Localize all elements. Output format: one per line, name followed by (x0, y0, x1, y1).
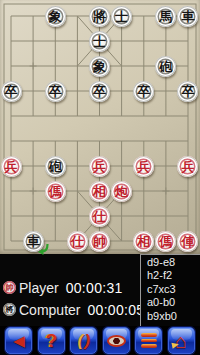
black-soldier-glyph: 卒 (93, 81, 106, 102)
red-horse-glyph: 傌 (159, 231, 172, 252)
player-piece-icon: 帥 (3, 281, 16, 294)
toolbar: ◀?()⌂ (0, 326, 200, 355)
red-elephant[interactable]: 相 (133, 231, 154, 252)
red-elephant-glyph: 相 (93, 181, 106, 202)
move-entry[interactable]: a0-b0 (147, 296, 200, 309)
red-soldier[interactable]: 兵 (133, 156, 154, 177)
player-row-player: 帥Player00:00:31 (3, 277, 139, 298)
black-soldier[interactable]: 卒 (1, 81, 22, 102)
computer-piece-icon: 將 (3, 303, 16, 316)
black-elephant[interactable]: 象 (45, 6, 66, 27)
board-grid: 象將士馬車士象砲卒卒卒卒卒兵砲兵兵兵傌相炮仕車仕帥相傌俥 (0, 4, 199, 254)
black-soldier-glyph: 卒 (49, 81, 62, 102)
red-elephant-glyph: 相 (137, 231, 150, 252)
eye-icon (107, 335, 126, 347)
help-button[interactable]: ? (38, 327, 65, 354)
back-button[interactable]: ◀ (5, 327, 32, 354)
red-soldier-glyph: 兵 (137, 156, 150, 177)
move-entry[interactable]: d9-e8 (147, 256, 200, 269)
black-soldier[interactable]: 卒 (133, 81, 154, 102)
black-advisor-glyph: 士 (93, 31, 106, 52)
red-general-glyph: 帥 (93, 231, 106, 252)
menu-bars-icon (141, 333, 157, 348)
black-cannon[interactable]: 砲 (155, 56, 176, 77)
black-elephant[interactable]: 象 (89, 56, 110, 77)
black-soldier-glyph: 卒 (5, 81, 18, 102)
red-general[interactable]: 帥 (89, 231, 110, 252)
status-panel: 帥Player00:00:31將Computer00:00:05 d9-e8h2… (0, 254, 200, 326)
black-advisor-glyph: 士 (115, 6, 128, 27)
replay-arrows-icon: () (78, 332, 90, 349)
move-list[interactable]: d9-e8h2-f2c7xc3a0-b0b9xb0 (140, 254, 200, 326)
black-horse[interactable]: 馬 (155, 6, 176, 27)
red-soldier-glyph: 兵 (181, 156, 194, 177)
red-horse[interactable]: 傌 (155, 231, 176, 252)
black-elephant-glyph: 象 (49, 6, 62, 27)
black-elephant-glyph: 象 (93, 56, 106, 77)
menu-button[interactable] (135, 327, 162, 354)
player-name: Player (19, 280, 59, 296)
xiangqi-app: 象將士馬車士象砲卒卒卒卒卒兵砲兵兵兵傌相炮仕車仕帥相傌俥 帥Player00:0… (0, 0, 200, 355)
red-soldier[interactable]: 兵 (89, 156, 110, 177)
player-clock: 00:00:05 (87, 302, 144, 318)
back-arrow-icon: ◀ (13, 333, 25, 348)
black-soldier-glyph: 卒 (181, 81, 194, 102)
red-advisor-glyph: 仕 (71, 231, 84, 252)
red-cannon[interactable]: 炮 (111, 181, 132, 202)
red-advisor-glyph: 仕 (93, 206, 106, 227)
black-cannon-glyph: 砲 (49, 156, 62, 177)
red-chariot[interactable]: 俥 (177, 231, 198, 252)
player-name: Computer (19, 302, 80, 318)
red-cannon-glyph: 炮 (115, 181, 128, 202)
black-cannon[interactable]: 砲 (45, 156, 66, 177)
black-cannon-glyph: 砲 (159, 56, 172, 77)
black-soldier-glyph: 卒 (137, 81, 150, 102)
red-advisor[interactable]: 仕 (67, 231, 88, 252)
move-entry[interactable]: c7xc3 (147, 283, 200, 296)
red-elephant[interactable]: 相 (89, 181, 110, 202)
replay-button[interactable]: () (70, 327, 97, 354)
eye-button[interactable] (103, 327, 130, 354)
black-general-glyph: 將 (93, 6, 106, 27)
black-general[interactable]: 將 (89, 6, 110, 27)
black-soldier[interactable]: 卒 (45, 81, 66, 102)
move-entry[interactable]: b9xb0 (147, 310, 200, 323)
black-chariot[interactable]: 車 (23, 231, 44, 252)
red-soldier-glyph: 兵 (93, 156, 106, 177)
black-chariot[interactable]: 車 (177, 6, 198, 27)
red-soldier[interactable]: 兵 (1, 156, 22, 177)
black-chariot-glyph: 車 (181, 6, 194, 27)
black-advisor[interactable]: 士 (111, 6, 132, 27)
exit-button[interactable]: ⌂ (168, 327, 195, 354)
black-advisor[interactable]: 士 (89, 31, 110, 52)
player-row-computer: 將Computer00:00:05 (3, 299, 139, 320)
red-advisor[interactable]: 仕 (89, 206, 110, 227)
xiangqi-board[interactable]: 象將士馬車士象砲卒卒卒卒卒兵砲兵兵兵傌相炮仕車仕帥相傌俥 (0, 0, 200, 254)
black-horse-glyph: 馬 (159, 6, 172, 27)
black-soldier[interactable]: 卒 (89, 81, 110, 102)
red-chariot-glyph: 俥 (181, 231, 194, 252)
question-mark-icon: ? (46, 331, 58, 350)
red-horse[interactable]: 傌 (45, 181, 66, 202)
move-entry[interactable]: h2-f2 (147, 269, 200, 282)
red-horse-glyph: 傌 (49, 181, 62, 202)
last-move-arrow-icon (38, 244, 49, 255)
player-clocks: 帥Player00:00:31將Computer00:00:05 (0, 254, 139, 326)
black-soldier[interactable]: 卒 (177, 81, 198, 102)
red-soldier-glyph: 兵 (5, 156, 18, 177)
red-soldier[interactable]: 兵 (177, 156, 198, 177)
player-clock: 00:00:31 (66, 280, 123, 296)
